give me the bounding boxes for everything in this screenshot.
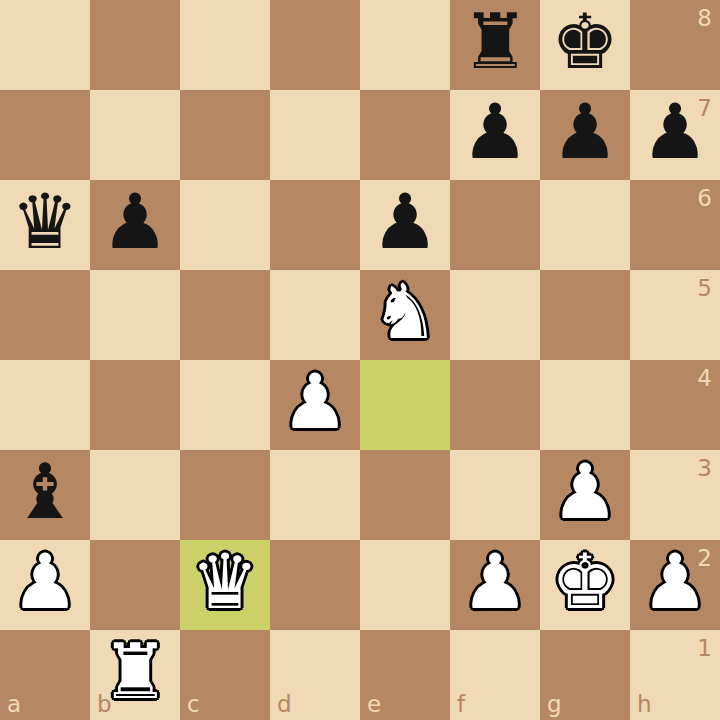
square-d7[interactable] [270, 90, 360, 180]
square-c7[interactable] [180, 90, 270, 180]
square-e4[interactable] [360, 360, 450, 450]
square-a2[interactable]: ♟ [0, 540, 90, 630]
square-d6[interactable] [270, 180, 360, 270]
square-a4[interactable] [0, 360, 90, 450]
black-pawn[interactable]: ♟ [101, 177, 169, 267]
square-g8[interactable]: ♚ [540, 0, 630, 90]
white-rook[interactable]: ♜ [101, 627, 169, 717]
black-pawn[interactable]: ♟ [551, 87, 619, 177]
square-b6[interactable]: ♟ [90, 180, 180, 270]
square-e6[interactable]: ♟ [360, 180, 450, 270]
square-f5[interactable] [450, 270, 540, 360]
square-d8[interactable] [270, 0, 360, 90]
square-h3[interactable]: 3 [630, 450, 720, 540]
file-label-a: a [7, 693, 21, 716]
square-f4[interactable] [450, 360, 540, 450]
square-h6[interactable]: 6 [630, 180, 720, 270]
square-e2[interactable] [360, 540, 450, 630]
rank-label-4: 4 [697, 367, 712, 390]
square-f7[interactable]: ♟ [450, 90, 540, 180]
square-g4[interactable] [540, 360, 630, 450]
square-e1[interactable]: e [360, 630, 450, 720]
square-c6[interactable] [180, 180, 270, 270]
square-a1[interactable]: a [0, 630, 90, 720]
square-f2[interactable]: ♟ [450, 540, 540, 630]
rank-label-8: 8 [697, 7, 712, 30]
white-pawn[interactable]: ♟ [461, 537, 529, 627]
black-pawn[interactable]: ♟ [371, 177, 439, 267]
square-d5[interactable] [270, 270, 360, 360]
square-d4[interactable]: ♟ [270, 360, 360, 450]
white-king[interactable]: ♚ [551, 537, 619, 627]
white-pawn[interactable]: ♟ [11, 537, 79, 627]
square-e8[interactable] [360, 0, 450, 90]
square-f6[interactable] [450, 180, 540, 270]
file-label-e: e [367, 693, 381, 716]
square-b2[interactable] [90, 540, 180, 630]
square-f8[interactable]: ♜ [450, 0, 540, 90]
square-c2[interactable]: ♛ [180, 540, 270, 630]
square-g5[interactable] [540, 270, 630, 360]
white-pawn[interactable]: ♟ [281, 357, 349, 447]
chess-board: ♜♚8♟♟7♟♛♟♟6♞5♟4♝♟3♟♛♟♚2♟ab♜cdefg1h [0, 0, 720, 720]
black-bishop[interactable]: ♝ [11, 447, 79, 537]
square-g7[interactable]: ♟ [540, 90, 630, 180]
black-pawn[interactable]: ♟ [641, 87, 709, 177]
square-c1[interactable]: c [180, 630, 270, 720]
square-h7[interactable]: 7♟ [630, 90, 720, 180]
square-d2[interactable] [270, 540, 360, 630]
white-pawn[interactable]: ♟ [551, 447, 619, 537]
square-c5[interactable] [180, 270, 270, 360]
square-h4[interactable]: 4 [630, 360, 720, 450]
square-a7[interactable] [0, 90, 90, 180]
square-b5[interactable] [90, 270, 180, 360]
square-a8[interactable] [0, 0, 90, 90]
square-a5[interactable] [0, 270, 90, 360]
file-label-d: d [277, 693, 292, 716]
square-b3[interactable] [90, 450, 180, 540]
square-f3[interactable] [450, 450, 540, 540]
square-e5[interactable]: ♞ [360, 270, 450, 360]
white-queen[interactable]: ♛ [191, 537, 259, 627]
square-g1[interactable]: g [540, 630, 630, 720]
square-b7[interactable] [90, 90, 180, 180]
square-c8[interactable] [180, 0, 270, 90]
square-h8[interactable]: 8 [630, 0, 720, 90]
square-h5[interactable]: 5 [630, 270, 720, 360]
square-e7[interactable] [360, 90, 450, 180]
square-d1[interactable]: d [270, 630, 360, 720]
white-knight[interactable]: ♞ [371, 267, 439, 357]
file-label-f: f [457, 693, 465, 716]
square-a3[interactable]: ♝ [0, 450, 90, 540]
file-label-c: c [187, 693, 200, 716]
file-label-h: h [637, 693, 652, 716]
square-c3[interactable] [180, 450, 270, 540]
square-g2[interactable]: ♚ [540, 540, 630, 630]
black-queen[interactable]: ♛ [11, 177, 79, 267]
square-h1[interactable]: 1h [630, 630, 720, 720]
square-h2[interactable]: 2♟ [630, 540, 720, 630]
square-f1[interactable]: f [450, 630, 540, 720]
file-label-g: g [547, 693, 562, 716]
black-king[interactable]: ♚ [551, 0, 619, 87]
square-d3[interactable] [270, 450, 360, 540]
black-rook[interactable]: ♜ [461, 0, 529, 87]
square-g3[interactable]: ♟ [540, 450, 630, 540]
black-pawn[interactable]: ♟ [461, 87, 529, 177]
white-pawn[interactable]: ♟ [641, 537, 709, 627]
square-e3[interactable] [360, 450, 450, 540]
square-c4[interactable] [180, 360, 270, 450]
square-b1[interactable]: b♜ [90, 630, 180, 720]
rank-label-6: 6 [697, 187, 712, 210]
rank-label-5: 5 [697, 277, 712, 300]
rank-label-3: 3 [697, 457, 712, 480]
square-a6[interactable]: ♛ [0, 180, 90, 270]
square-b8[interactable] [90, 0, 180, 90]
rank-label-1: 1 [697, 637, 712, 660]
square-g6[interactable] [540, 180, 630, 270]
square-b4[interactable] [90, 360, 180, 450]
